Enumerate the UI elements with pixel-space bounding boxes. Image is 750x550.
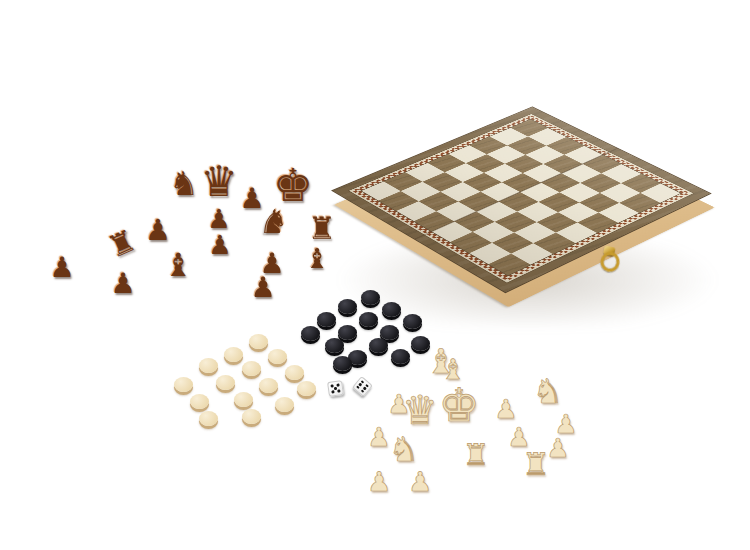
die-pip <box>358 383 362 387</box>
black-disc <box>338 299 357 314</box>
black-disc <box>325 338 344 353</box>
dark-rook-piece: ♜ <box>303 213 342 244</box>
brass-clasp <box>596 245 627 276</box>
dark-rook-piece: ♜ <box>99 223 146 266</box>
dark-pawn-piece: ♟ <box>245 274 281 302</box>
dark-pawn-piece: ♟ <box>44 254 80 282</box>
cream-disc <box>268 349 287 364</box>
scene-title: Folding wooden 3-in-1 game set: chess bo… <box>0 21 1 22</box>
dark-pawn-piece: ♟ <box>202 206 236 232</box>
dark-pawn-piece: ♟ <box>140 216 177 245</box>
cream-disc <box>249 334 268 349</box>
die-pip <box>337 390 340 393</box>
dark-pawn-piece: ♟ <box>105 270 141 298</box>
black-disc <box>411 336 430 351</box>
black-disc <box>391 349 410 364</box>
chess-board-grid <box>360 119 682 276</box>
cream-disc <box>224 347 243 362</box>
cream-disc <box>297 381 316 396</box>
light-knight-piece: ♞ <box>527 374 569 408</box>
die-pip <box>331 390 334 393</box>
black-disc <box>301 326 320 341</box>
light-pawn-piece: ♟ <box>489 396 523 422</box>
product-photo-canvas: { "scene": { "title": "Folding wooden 3-… <box>0 0 750 550</box>
black-disc <box>403 314 422 329</box>
folding-chess-board <box>385 57 655 327</box>
board-top-surface <box>331 106 712 293</box>
dark-knight-piece: ♞ <box>253 205 294 238</box>
light-knight-piece: ♞ <box>383 432 425 466</box>
cream-disc <box>199 358 218 373</box>
die-showing-5 <box>327 380 344 397</box>
cream-disc <box>190 394 209 409</box>
light-pawn-piece: ♟ <box>362 468 397 495</box>
dark-bishop-piece: ♝ <box>300 245 335 272</box>
cream-disc <box>275 397 294 412</box>
cream-disc <box>174 377 193 392</box>
dark-bishop-piece: ♝ <box>158 249 198 281</box>
cream-disc <box>285 365 304 380</box>
cream-disc <box>234 392 253 407</box>
black-disc <box>361 290 380 305</box>
brass-clasp-ring <box>599 250 622 274</box>
black-disc <box>369 338 388 353</box>
cream-disc <box>216 375 235 390</box>
cream-disc <box>259 378 278 393</box>
black-disc <box>359 312 378 327</box>
black-disc <box>317 312 336 327</box>
black-disc <box>333 356 352 371</box>
cream-disc <box>242 361 261 376</box>
black-disc <box>382 302 401 317</box>
light-rook-piece: ♜ <box>457 440 495 470</box>
die-pip <box>337 384 340 387</box>
light-rook-piece: ♜ <box>517 449 556 480</box>
cream-disc <box>242 409 261 424</box>
black-disc <box>338 325 357 340</box>
dark-pawn-piece: ♟ <box>203 232 237 258</box>
light-pawn-piece: ♟ <box>403 468 438 495</box>
cream-disc <box>199 411 218 426</box>
die-pip <box>363 387 367 391</box>
die-showing-6 <box>352 376 373 397</box>
light-pawn-piece: ♟ <box>382 391 416 417</box>
